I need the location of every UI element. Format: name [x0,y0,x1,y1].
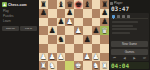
square-h3[interactable] [100,44,109,53]
square-e1[interactable]: ♚ [74,61,83,70]
move-list[interactable] [111,20,148,40]
square-f3[interactable] [83,44,92,53]
piece-black-pawn[interactable]: ♟ [57,18,64,26]
games-button[interactable]: Games [111,49,148,55]
square-d1[interactable] [65,61,74,70]
square-c6[interactable]: ♟ [57,18,66,27]
sidebar-item-puzzles[interactable]: Puzzles [2,14,37,18]
square-c8[interactable]: ♝ [57,0,66,9]
piece-black-queen[interactable]: ♛ [66,1,73,9]
square-e6[interactable] [74,18,83,27]
moves-panel: New Game Games ⏮ ◀ ▶ ⏭ [110,13,149,61]
new-game-button[interactable]: New Game [111,41,148,47]
piece-white-pawn[interactable]: ♟ [40,53,47,61]
logo-text: Chess.com [8,3,27,7]
square-h2[interactable] [100,53,109,62]
piece-black-pawn[interactable]: ♟ [101,18,108,26]
square-g3[interactable] [92,44,101,53]
square-h7[interactable]: ♟ [100,9,109,18]
first-move-icon[interactable]: ⏮ [113,56,116,60]
sidebar-auth-buttons: Sign Up Log In [2,26,37,31]
square-f6[interactable] [83,18,92,27]
square-d2[interactable] [65,53,74,62]
square-a1[interactable]: ♜ [39,61,48,70]
square-g6[interactable] [92,18,101,27]
piece-white-pawn[interactable]: ♟ [75,27,82,35]
square-c2[interactable]: ♟ [57,53,66,62]
piece-black-pawn[interactable]: ♟ [84,36,91,44]
move-navigation: ⏮ ◀ ▶ ⏭ [111,56,148,60]
square-h4[interactable] [100,35,109,44]
square-e4[interactable] [74,35,83,44]
square-b3[interactable] [48,44,57,53]
piece-white-rook[interactable]: ♜ [40,62,47,70]
square-g4[interactable] [92,35,101,44]
piece-black-bishop[interactable]: ♝ [57,1,64,9]
sign-up-button[interactable]: Sign Up [2,26,19,31]
square-a6[interactable] [39,18,48,27]
square-b6[interactable] [48,18,57,27]
piece-white-king[interactable]: ♚ [75,62,82,70]
square-c4[interactable]: ♞ [57,35,66,44]
square-c3[interactable] [57,44,66,53]
square-b5[interactable]: ♟ [48,26,57,35]
square-g8[interactable] [92,0,101,9]
square-a2[interactable]: ♟ [39,53,48,62]
log-in-button[interactable]: Log In [20,26,37,31]
square-a7[interactable]: ♟ [39,9,48,18]
pawn-logo-icon: ♟ [2,2,7,7]
square-e5[interactable]: ♟ [74,26,83,35]
square-d3[interactable] [65,44,74,53]
panel-tabs [111,14,148,19]
piece-black-pawn[interactable]: ♟ [40,9,47,17]
square-c1[interactable] [57,61,66,70]
piece-black-pawn[interactable]: ♟ [49,27,56,35]
square-b8[interactable] [48,0,57,9]
square-a3[interactable] [39,44,48,53]
tab-games-icon[interactable] [122,15,125,18]
piece-white-pawn[interactable]: ♟ [57,53,64,61]
square-c7[interactable] [57,9,66,18]
square-f5[interactable] [83,26,92,35]
square-e2[interactable] [74,53,83,62]
piece-black-knight[interactable]: ♞ [57,36,64,44]
square-d8[interactable]: ♛ [65,0,74,9]
tab-new-game-icon[interactable] [117,15,120,18]
logo[interactable]: ♟ Chess.com [2,1,37,8]
left-sidebar: ♟ Chess.com Play Puzzles Learn Sign Up L… [0,0,39,70]
square-a4[interactable] [39,35,48,44]
square-g2[interactable]: ♟ [92,53,101,62]
piece-white-rook[interactable]: ♜ [101,62,108,70]
player-clock: 04:04 [110,62,149,69]
tab-players-icon[interactable] [127,15,130,18]
piece-white-queen[interactable]: ♛ [101,27,108,35]
move-row [112,28,137,30]
square-f8[interactable]: ♝ [83,0,92,9]
piece-white-pawn[interactable]: ♟ [49,53,56,61]
square-f1[interactable] [83,61,92,70]
chess-app-window: ♟ Chess.com Play Puzzles Learn Sign Up L… [0,0,150,70]
square-g5[interactable]: ♟ [92,26,101,35]
piece-black-bishop[interactable]: ♝ [84,1,91,9]
piece-black-rook[interactable]: ♜ [40,1,47,9]
piece-black-king[interactable]: ♚ [75,1,82,9]
square-e8[interactable]: ♚ [74,0,83,9]
opponent-clock: 03:47 [110,5,149,12]
square-a5[interactable] [39,26,48,35]
square-d5[interactable] [65,26,74,35]
square-g7[interactable] [92,9,101,18]
square-b4[interactable] [48,35,57,44]
game-side-panel: Player 03:47 New Game Games ⏮ ◀ ▶ [109,0,150,70]
square-h8[interactable]: ♜ [100,0,109,9]
square-d6[interactable]: ♟ [65,18,74,27]
piece-black-pawn[interactable]: ♟ [66,9,73,17]
tab-play-icon[interactable] [112,15,115,18]
square-f4[interactable]: ♟ [83,35,92,44]
square-a8[interactable]: ♜ [39,0,48,9]
square-e3[interactable] [74,44,83,53]
square-d4[interactable] [65,35,74,44]
move-row [112,25,133,27]
sidebar-nav: Play Puzzles Learn [2,9,37,23]
square-f7[interactable] [83,9,92,18]
piece-white-pawn[interactable]: ♟ [66,18,73,26]
sidebar-item-play[interactable]: Play [2,9,37,13]
move-row [112,32,130,34]
prev-move-icon[interactable]: ◀ [123,56,125,60]
square-b7[interactable] [48,9,57,18]
piece-white-pawn[interactable]: ♟ [92,53,99,61]
square-h1[interactable]: ♜ [100,61,109,70]
next-move-icon[interactable]: ▶ [133,56,135,60]
square-c5[interactable] [57,26,66,35]
chess-board[interactable]: ♜♝♛♚♝♜♟♟♟♟♟♟♟♟♟♛♞♟♟♟♟♟♟♜♞♚♞♜ [39,0,109,70]
square-b1[interactable]: ♞ [48,61,57,70]
square-d7[interactable]: ♟ [65,9,74,18]
piece-black-pawn[interactable]: ♟ [92,27,99,35]
square-g1[interactable]: ♞ [92,61,101,70]
square-h5[interactable]: ♛ [100,26,109,35]
piece-white-knight[interactable]: ♞ [49,62,56,70]
square-b2[interactable]: ♟ [48,53,57,62]
square-h6[interactable]: ♟ [100,18,109,27]
move-row [112,21,138,23]
piece-white-knight[interactable]: ♞ [92,62,99,70]
piece-black-pawn[interactable]: ♟ [101,9,108,17]
square-e7[interactable] [74,9,83,18]
last-move-icon[interactable]: ⏭ [143,56,146,60]
sidebar-item-learn[interactable]: Learn [2,19,37,23]
square-f2[interactable]: ♟ [83,53,92,62]
piece-black-rook[interactable]: ♜ [101,1,108,9]
piece-white-pawn[interactable]: ♟ [84,53,91,61]
